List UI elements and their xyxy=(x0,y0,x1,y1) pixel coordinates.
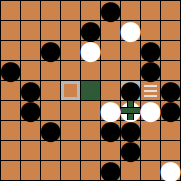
cell-r6c4[interactable] xyxy=(81,121,100,140)
black-stone[interactable]: ● xyxy=(141,61,160,80)
black-stone[interactable]: ● xyxy=(101,1,120,20)
cell-r7c7[interactable] xyxy=(141,141,160,160)
black-stone[interactable]: ● xyxy=(101,121,120,140)
white-stone[interactable]: ● xyxy=(121,21,140,40)
cell-r5c0[interactable] xyxy=(1,101,20,120)
cell-r8c2[interactable] xyxy=(41,161,60,180)
black-stone[interactable]: ● xyxy=(41,121,60,140)
cell-r8c8[interactable]: ● xyxy=(161,161,180,180)
tablut-board: ●●●●●●●●●●●●●●●●●●●●●● xyxy=(0,0,181,181)
black-stone[interactable]: ● xyxy=(161,101,180,120)
cell-r0c2[interactable] xyxy=(41,1,60,20)
cell-r8c1[interactable] xyxy=(21,161,40,180)
cell-r3c0[interactable]: ● xyxy=(1,61,20,80)
lines-icon-bar xyxy=(144,90,157,92)
cell-r5c4[interactable] xyxy=(81,101,100,120)
cell-r7c0[interactable] xyxy=(1,141,20,160)
black-stone[interactable]: ● xyxy=(41,41,60,60)
cell-r1c6[interactable]: ● xyxy=(121,21,140,40)
lines-icon-bar xyxy=(144,85,157,87)
cell-r1c3[interactable] xyxy=(61,21,80,40)
cell-r3c7[interactable]: ● xyxy=(141,61,160,80)
cell-r3c5[interactable] xyxy=(101,61,120,80)
cell-r5c6[interactable]: ● xyxy=(121,101,140,120)
cell-r6c0[interactable] xyxy=(1,121,20,140)
cell-r7c1[interactable] xyxy=(21,141,40,160)
cell-r1c8[interactable] xyxy=(161,21,180,40)
cell-r1c1[interactable] xyxy=(21,21,40,40)
cell-r2c5[interactable] xyxy=(101,41,120,60)
selection-highlight xyxy=(61,81,80,100)
cell-r7c4[interactable] xyxy=(81,141,100,160)
cell-r1c0[interactable] xyxy=(1,21,20,40)
white-stone[interactable]: ● xyxy=(161,161,180,180)
cell-r2c8[interactable] xyxy=(161,41,180,60)
black-stone[interactable]: ● xyxy=(101,161,120,180)
cell-r6c2[interactable]: ● xyxy=(41,121,60,140)
cell-r6c3[interactable] xyxy=(61,121,80,140)
cell-r5c3[interactable] xyxy=(61,101,80,120)
cell-r8c7[interactable] xyxy=(141,161,160,180)
cell-r0c0[interactable] xyxy=(1,1,20,20)
cell-r8c4[interactable] xyxy=(81,161,100,180)
cell-r8c3[interactable] xyxy=(61,161,80,180)
cell-r0c5[interactable]: ● xyxy=(101,1,120,20)
king-cross-horizontal-bar xyxy=(121,107,140,114)
cell-r8c0[interactable] xyxy=(1,161,20,180)
cell-r2c1[interactable] xyxy=(21,41,40,60)
cell-r5c8[interactable]: ● xyxy=(161,101,180,120)
cell-r0c7[interactable] xyxy=(141,1,160,20)
cell-r0c8[interactable] xyxy=(161,1,180,20)
black-stone[interactable]: ● xyxy=(1,61,20,80)
cell-r7c3[interactable] xyxy=(61,141,80,160)
throne-cell[interactable] xyxy=(81,81,100,100)
king-cross-icon xyxy=(121,101,140,120)
white-stone[interactable]: ● xyxy=(141,101,160,120)
cell-r5c1[interactable]: ● xyxy=(21,101,40,120)
cell-r4c3[interactable] xyxy=(61,81,80,100)
cell-r0c3[interactable] xyxy=(61,1,80,20)
cell-r0c1[interactable] xyxy=(21,1,40,20)
black-stone[interactable]: ● xyxy=(21,101,40,120)
white-stone[interactable]: ● xyxy=(81,41,100,60)
cell-r7c6[interactable]: ● xyxy=(121,141,140,160)
cell-r2c4[interactable]: ● xyxy=(81,41,100,60)
cell-r2c3[interactable] xyxy=(61,41,80,60)
cell-r5c7[interactable]: ● xyxy=(141,101,160,120)
cell-r8c5[interactable]: ● xyxy=(101,161,120,180)
cell-r6c5[interactable]: ● xyxy=(101,121,120,140)
cell-r2c2[interactable]: ● xyxy=(41,41,60,60)
black-stone[interactable]: ● xyxy=(121,141,140,160)
cell-r3c3[interactable] xyxy=(61,61,80,80)
cell-r4c2[interactable] xyxy=(41,81,60,100)
